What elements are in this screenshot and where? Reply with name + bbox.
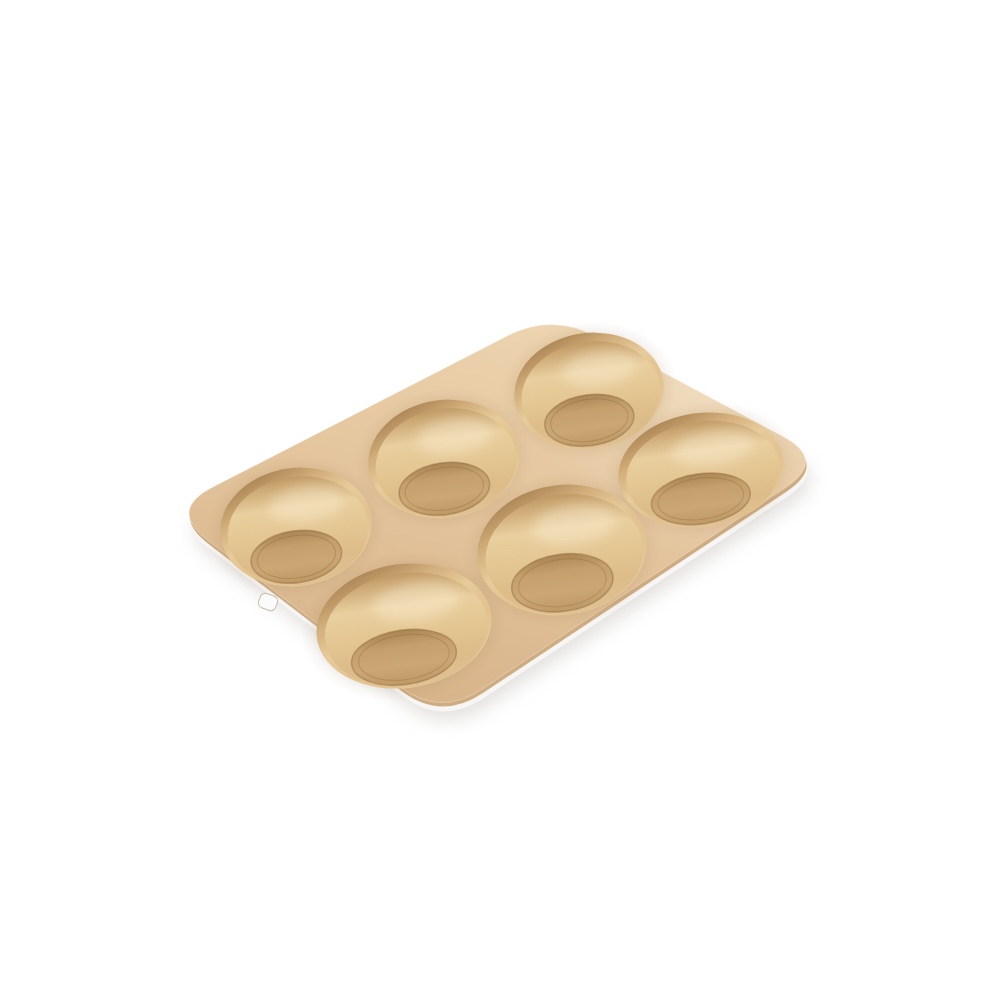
product-photo xyxy=(0,0,1000,1000)
muffin-pan-illustration xyxy=(0,0,1000,1000)
